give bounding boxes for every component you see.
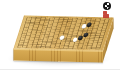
floor-seam-line xyxy=(0,69,120,70)
shop-seal-watermark xyxy=(102,2,115,18)
black-stone xyxy=(86,22,92,26)
black-stone-emblem-icon xyxy=(103,2,111,10)
stones-layer xyxy=(18,17,110,49)
go-board-top-surface xyxy=(14,16,114,51)
black-stone xyxy=(77,36,83,40)
product-photo-scene xyxy=(0,0,120,76)
black-stone xyxy=(83,33,89,37)
red-seal-stamp-icon xyxy=(103,14,109,18)
board-front-face xyxy=(14,49,104,63)
white-stone xyxy=(59,35,65,39)
